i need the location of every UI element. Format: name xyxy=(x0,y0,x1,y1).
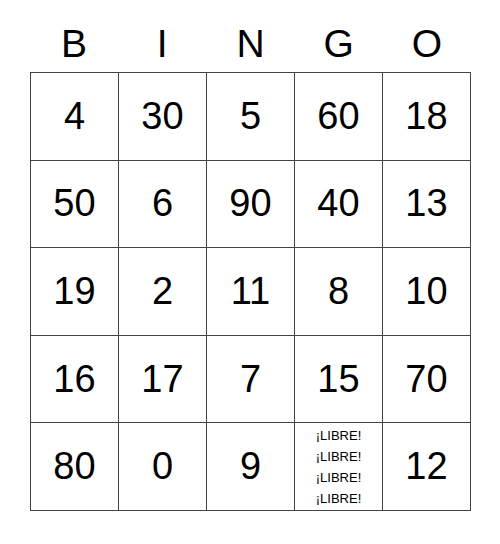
bingo-cell-r1c2[interactable]: 30 xyxy=(119,73,207,161)
bingo-cell-r5c5[interactable]: 12 xyxy=(383,423,471,511)
bingo-cell-r1c3[interactable]: 5 xyxy=(207,73,295,161)
bingo-grid: 43056018506904013192118101617715708009¡L… xyxy=(30,72,471,511)
bingo-cell-r1c5[interactable]: 18 xyxy=(383,73,471,161)
bingo-cell-r4c4[interactable]: 15 xyxy=(295,336,383,424)
bingo-cell-r5c3[interactable]: 9 xyxy=(207,423,295,511)
bingo-cell-r2c3[interactable]: 90 xyxy=(207,161,295,249)
free-cell-line: ¡LIBRE! xyxy=(316,425,362,446)
bingo-cell-r3c4[interactable]: 8 xyxy=(295,248,383,336)
bingo-cell-r3c5[interactable]: 10 xyxy=(383,248,471,336)
bingo-header: B I N G O xyxy=(30,0,471,72)
bingo-cell-r5c1[interactable]: 80 xyxy=(31,423,119,511)
bingo-cell-r5c2[interactable]: 0 xyxy=(119,423,207,511)
header-letter-o: O xyxy=(383,0,471,72)
header-letter-n: N xyxy=(206,0,294,72)
free-cell-line: ¡LIBRE! xyxy=(316,467,362,488)
bingo-cell-r2c1[interactable]: 50 xyxy=(31,161,119,249)
header-letter-b: B xyxy=(30,0,118,72)
bingo-cell-r3c3[interactable]: 11 xyxy=(207,248,295,336)
bingo-cell-r2c4[interactable]: 40 xyxy=(295,161,383,249)
bingo-cell-r2c5[interactable]: 13 xyxy=(383,161,471,249)
bingo-cell-r4c3[interactable]: 7 xyxy=(207,336,295,424)
free-cell[interactable]: ¡LIBRE!¡LIBRE!¡LIBRE!¡LIBRE! xyxy=(295,423,383,511)
bingo-card: B I N G O 430560185069040131921181016177… xyxy=(0,0,500,544)
free-cell-line: ¡LIBRE! xyxy=(316,488,362,509)
bingo-cell-r4c5[interactable]: 70 xyxy=(383,336,471,424)
bingo-cell-r2c2[interactable]: 6 xyxy=(119,161,207,249)
bingo-cell-r3c1[interactable]: 19 xyxy=(31,248,119,336)
bingo-cell-r4c2[interactable]: 17 xyxy=(119,336,207,424)
header-letter-i: I xyxy=(118,0,206,72)
free-cell-line: ¡LIBRE! xyxy=(316,446,362,467)
bingo-cell-r4c1[interactable]: 16 xyxy=(31,336,119,424)
bingo-cell-r1c1[interactable]: 4 xyxy=(31,73,119,161)
header-letter-g: G xyxy=(295,0,383,72)
bingo-cell-r3c2[interactable]: 2 xyxy=(119,248,207,336)
bingo-cell-r1c4[interactable]: 60 xyxy=(295,73,383,161)
